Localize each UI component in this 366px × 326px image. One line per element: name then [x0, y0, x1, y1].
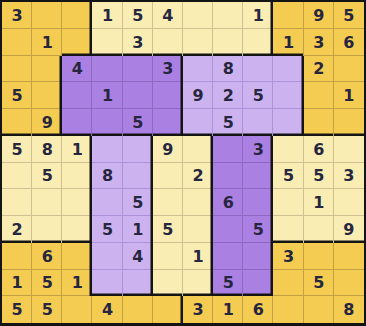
cell-r8c4[interactable] — [92, 189, 122, 216]
cell-r3c8[interactable]: 8 — [213, 56, 243, 83]
cell-r12c9[interactable]: 6 — [243, 296, 273, 323]
cell-r1c1[interactable]: 3 — [2, 2, 32, 29]
cell-r8c1[interactable] — [2, 189, 32, 216]
cell-r6c8[interactable] — [213, 136, 243, 163]
cell-r6c5[interactable] — [123, 136, 153, 163]
cell-r3c9[interactable] — [243, 56, 273, 83]
cell-r3c4[interactable] — [92, 56, 122, 83]
cell-r10c1[interactable] — [2, 243, 32, 270]
cell-r7c9[interactable] — [243, 163, 273, 190]
cell-r7c8[interactable] — [213, 163, 243, 190]
cell-r9c2[interactable] — [32, 216, 62, 243]
cell-r12c1[interactable]: 5 — [2, 296, 32, 323]
cell-r4c11[interactable] — [304, 82, 334, 109]
cell-r4c6[interactable] — [153, 82, 183, 109]
cell-r12c8[interactable]: 1 — [213, 296, 243, 323]
cell-r9c7[interactable] — [183, 216, 213, 243]
cell-r7c4[interactable]: 8 — [92, 163, 122, 190]
cell-r10c9[interactable] — [243, 243, 273, 270]
cell-r2c11[interactable]: 3 — [304, 29, 334, 56]
cell-r9c1[interactable]: 2 — [2, 216, 32, 243]
cell-r5c9[interactable] — [243, 109, 273, 136]
cell-r10c8[interactable] — [213, 243, 243, 270]
cell-r1c4[interactable]: 1 — [92, 2, 122, 29]
cell-r3c3[interactable]: 4 — [62, 56, 92, 83]
cell-r3c10[interactable] — [273, 56, 303, 83]
cell-r5c7[interactable] — [183, 109, 213, 136]
cell-r2c5[interactable]: 3 — [123, 29, 153, 56]
cell-r9c9[interactable]: 5 — [243, 216, 273, 243]
cell-r11c3[interactable]: 1 — [62, 270, 92, 297]
cell-r12c10[interactable] — [273, 296, 303, 323]
cell-r3c11[interactable]: 2 — [304, 56, 334, 83]
cell-r8c9[interactable] — [243, 189, 273, 216]
cell-r8c2[interactable] — [32, 189, 62, 216]
cell-r8c5[interactable]: 5 — [123, 189, 153, 216]
cell-r2c3[interactable] — [62, 29, 92, 56]
cell-r2c10[interactable]: 1 — [273, 29, 303, 56]
cell-r8c11[interactable]: 1 — [304, 189, 334, 216]
cell-r7c3[interactable] — [62, 163, 92, 190]
cell-r4c7[interactable]: 9 — [183, 82, 213, 109]
cell-r12c2[interactable]: 5 — [32, 296, 62, 323]
cell-r10c4[interactable] — [92, 243, 122, 270]
cell-r6c4[interactable] — [92, 136, 122, 163]
cell-r2c7[interactable] — [183, 29, 213, 56]
cell-r5c6[interactable] — [153, 109, 183, 136]
cell-r10c10[interactable]: 3 — [273, 243, 303, 270]
cell-r3c1[interactable] — [2, 56, 32, 83]
cell-r1c6[interactable]: 4 — [153, 2, 183, 29]
cell-r3c5[interactable] — [123, 56, 153, 83]
cell-r10c3[interactable] — [62, 243, 92, 270]
cell-r10c7[interactable]: 1 — [183, 243, 213, 270]
cell-r2c6[interactable] — [153, 29, 183, 56]
cell-r11c5[interactable] — [123, 270, 153, 297]
cell-r2c1[interactable] — [2, 29, 32, 56]
cell-r8c8[interactable]: 6 — [213, 189, 243, 216]
cell-r4c3[interactable] — [62, 82, 92, 109]
cell-r5c10[interactable] — [273, 109, 303, 136]
cell-r11c4[interactable] — [92, 270, 122, 297]
cell-r9c11[interactable] — [304, 216, 334, 243]
cell-r2c12[interactable]: 6 — [334, 29, 364, 56]
cell-r6c3[interactable]: 1 — [62, 136, 92, 163]
cell-r1c10[interactable] — [273, 2, 303, 29]
cell-r11c6[interactable] — [153, 270, 183, 297]
cell-r9c3[interactable] — [62, 216, 92, 243]
cell-r6c2[interactable]: 8 — [32, 136, 62, 163]
cell-r9c10[interactable] — [273, 216, 303, 243]
cell-r4c8[interactable]: 2 — [213, 82, 243, 109]
cell-r1c8[interactable] — [213, 2, 243, 29]
cell-r8c3[interactable] — [62, 189, 92, 216]
cell-r11c1[interactable]: 1 — [2, 270, 32, 297]
cell-r6c1[interactable]: 5 — [2, 136, 32, 163]
cell-r8c10[interactable] — [273, 189, 303, 216]
cell-r7c6[interactable] — [153, 163, 183, 190]
cell-r5c8[interactable]: 5 — [213, 109, 243, 136]
cell-r9c12[interactable]: 9 — [334, 216, 364, 243]
cell-r6c6[interactable]: 9 — [153, 136, 183, 163]
cell-r5c2[interactable]: 9 — [32, 109, 62, 136]
cell-r1c3[interactable] — [62, 2, 92, 29]
cell-r12c6[interactable] — [153, 296, 183, 323]
puzzle-board: 3154195131364382519251955581936582553561… — [0, 0, 366, 326]
cell-r12c5[interactable] — [123, 296, 153, 323]
cell-r10c5[interactable]: 4 — [123, 243, 153, 270]
cell-r1c5[interactable]: 5 — [123, 2, 153, 29]
cell-r8c6[interactable] — [153, 189, 183, 216]
cell-r7c5[interactable] — [123, 163, 153, 190]
cell-r3c7[interactable] — [183, 56, 213, 83]
cell-r12c7[interactable]: 3 — [183, 296, 213, 323]
cell-r3c2[interactable] — [32, 56, 62, 83]
cell-r11c11[interactable]: 5 — [304, 270, 334, 297]
cell-r4c12[interactable]: 1 — [334, 82, 364, 109]
cell-r7c7[interactable]: 2 — [183, 163, 213, 190]
cell-r10c2[interactable]: 6 — [32, 243, 62, 270]
cell-r12c4[interactable]: 4 — [92, 296, 122, 323]
cell-r7c10[interactable]: 5 — [273, 163, 303, 190]
cell-r11c8[interactable]: 5 — [213, 270, 243, 297]
cell-r5c1[interactable] — [2, 109, 32, 136]
cell-r9c8[interactable] — [213, 216, 243, 243]
cell-r4c10[interactable] — [273, 82, 303, 109]
board-grid: 3154195131364382519251955581936582553561… — [2, 2, 364, 323]
cell-r1c12[interactable]: 5 — [334, 2, 364, 29]
cell-r9c4[interactable]: 5 — [92, 216, 122, 243]
cell-r6c7[interactable] — [183, 136, 213, 163]
cell-r1c9[interactable]: 1 — [243, 2, 273, 29]
cell-r9c5[interactable]: 1 — [123, 216, 153, 243]
cell-r8c7[interactable] — [183, 189, 213, 216]
cell-r9c6[interactable]: 5 — [153, 216, 183, 243]
cell-r7c1[interactable] — [2, 163, 32, 190]
cell-r2c8[interactable] — [213, 29, 243, 56]
cell-r10c6[interactable] — [153, 243, 183, 270]
cell-r7c2[interactable]: 5 — [32, 163, 62, 190]
cell-r4c5[interactable] — [123, 82, 153, 109]
cell-r12c11[interactable] — [304, 296, 334, 323]
cell-r6c10[interactable] — [273, 136, 303, 163]
cell-r5c12[interactable] — [334, 109, 364, 136]
cell-r1c7[interactable] — [183, 2, 213, 29]
cell-r3c12[interactable] — [334, 56, 364, 83]
cell-r11c7[interactable] — [183, 270, 213, 297]
cell-r10c11[interactable] — [304, 243, 334, 270]
cell-r5c3[interactable] — [62, 109, 92, 136]
cell-r2c4[interactable] — [92, 29, 122, 56]
cell-r11c12[interactable] — [334, 270, 364, 297]
cell-r5c11[interactable] — [304, 109, 334, 136]
cell-r8c12[interactable] — [334, 189, 364, 216]
cell-r6c11[interactable]: 6 — [304, 136, 334, 163]
cell-r2c2[interactable]: 1 — [32, 29, 62, 56]
cell-r4c1[interactable]: 5 — [2, 82, 32, 109]
cell-r2c9[interactable] — [243, 29, 273, 56]
cell-r11c2[interactable]: 5 — [32, 270, 62, 297]
cell-r12c12[interactable]: 8 — [334, 296, 364, 323]
cell-r10c12[interactable] — [334, 243, 364, 270]
cell-r5c5[interactable]: 5 — [123, 109, 153, 136]
cell-r11c9[interactable] — [243, 270, 273, 297]
cell-r7c12[interactable]: 3 — [334, 163, 364, 190]
cell-r11c10[interactable] — [273, 270, 303, 297]
cell-r1c2[interactable] — [32, 2, 62, 29]
cell-r7c11[interactable]: 5 — [304, 163, 334, 190]
cell-r3c6[interactable]: 3 — [153, 56, 183, 83]
cell-r6c12[interactable] — [334, 136, 364, 163]
cell-r4c2[interactable] — [32, 82, 62, 109]
cell-r4c9[interactable]: 5 — [243, 82, 273, 109]
cell-r1c11[interactable]: 9 — [304, 2, 334, 29]
cell-r4c4[interactable]: 1 — [92, 82, 122, 109]
cell-r12c3[interactable] — [62, 296, 92, 323]
cell-r6c9[interactable]: 3 — [243, 136, 273, 163]
cell-r5c4[interactable] — [92, 109, 122, 136]
